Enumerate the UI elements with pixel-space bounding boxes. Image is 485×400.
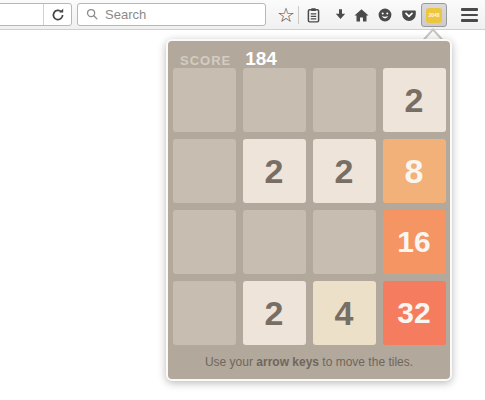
empty-cell	[243, 68, 306, 132]
url-bar[interactable]	[0, 3, 72, 26]
tile-2: 2	[383, 68, 446, 132]
menu-icon	[461, 19, 478, 22]
empty-cell	[173, 68, 236, 132]
empty-cell	[173, 281, 236, 345]
reload-icon	[50, 7, 66, 23]
empty-cell	[313, 210, 376, 274]
instructions-text: Use your arrow keys to move the tiles.	[168, 355, 450, 369]
tile-32: 32	[383, 281, 446, 345]
reload-button[interactable]	[43, 4, 71, 25]
reading-list-icon	[305, 7, 322, 24]
tile-16: 16	[383, 210, 446, 274]
empty-cell	[243, 210, 306, 274]
bookmark-star-button[interactable]: ☆	[274, 3, 298, 27]
instructions-pre: Use your	[205, 355, 256, 369]
tile-8: 8	[383, 139, 446, 203]
empty-cell	[173, 139, 236, 203]
instructions-post: to move the tiles.	[319, 355, 413, 369]
download-icon	[332, 7, 349, 24]
menu-icon	[461, 8, 478, 11]
instructions-bold: arrow keys	[256, 355, 319, 369]
feedback-smiley-icon	[377, 7, 393, 23]
empty-cell	[173, 210, 236, 274]
score-header: SCORE 184	[168, 41, 450, 68]
empty-cell	[313, 68, 376, 132]
reading-list-button[interactable]	[301, 3, 325, 27]
tile-2: 2	[243, 139, 306, 203]
home-icon	[353, 7, 370, 24]
board-grid: 2228162432	[168, 68, 450, 345]
search-bar[interactable]	[77, 3, 266, 26]
pocket-button[interactable]	[397, 3, 421, 27]
extension-popup: SCORE 184 2228162432 Use your arrow keys…	[166, 39, 452, 381]
toolbar-separator	[298, 6, 299, 24]
tile-2: 2	[243, 281, 306, 345]
score-value: 184	[245, 48, 277, 70]
browser-toolbar: ☆	[0, 0, 485, 30]
bookmark-star-icon: ☆	[277, 3, 295, 27]
search-icon	[85, 7, 100, 22]
menu-icon	[461, 14, 478, 17]
extension-2048-button[interactable]: 2048	[421, 3, 447, 27]
menu-button[interactable]	[456, 3, 482, 27]
home-button[interactable]	[349, 3, 373, 27]
extension-2048-icon: 2048	[426, 8, 442, 23]
tile-2: 2	[313, 139, 376, 203]
feedback-button[interactable]	[373, 3, 397, 27]
tile-4: 4	[313, 281, 376, 345]
search-input[interactable]	[105, 7, 281, 22]
pocket-icon	[401, 7, 417, 23]
score-label: SCORE	[180, 53, 231, 68]
extension-icon-label: 2048	[428, 12, 439, 18]
